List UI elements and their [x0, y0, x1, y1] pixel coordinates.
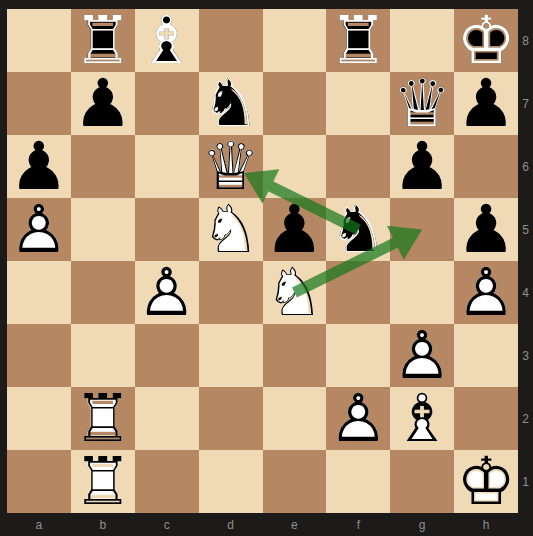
square-g7[interactable]: ♛♕	[390, 72, 454, 135]
square-f7[interactable]	[326, 72, 390, 135]
piece-glyph-fill: ♞	[263, 261, 327, 324]
rank-label-8: 8	[518, 9, 533, 72]
square-b1[interactable]: ♜♖	[71, 450, 135, 513]
square-f3[interactable]	[326, 324, 390, 387]
piece-glyph-detail: ♘	[199, 72, 263, 135]
square-g2[interactable]: ♝♗	[390, 387, 454, 450]
piece-black-pawn[interactable]: ♟	[390, 135, 454, 198]
piece-glyph-fill: ♟	[454, 198, 518, 261]
piece-glyph-detail: ♙	[135, 261, 199, 324]
piece-glyph-fill: ♜	[71, 387, 135, 450]
piece-black-bishop[interactable]: ♝♗	[135, 9, 199, 72]
square-d3[interactable]	[199, 324, 263, 387]
square-d8[interactable]	[199, 9, 263, 72]
square-c3[interactable]	[135, 324, 199, 387]
piece-glyph-fill: ♛	[199, 135, 263, 198]
rank-label-4: 4	[518, 261, 533, 324]
square-d2[interactable]	[199, 387, 263, 450]
piece-glyph-detail: ♕	[390, 72, 454, 135]
piece-glyph-detail: ♗	[390, 387, 454, 450]
piece-glyph-fill: ♟	[135, 261, 199, 324]
square-b4[interactable]	[71, 261, 135, 324]
file-label-e: e	[263, 513, 327, 536]
piece-glyph-fill: ♚	[454, 9, 518, 72]
rank-label-1: 1	[518, 450, 533, 513]
piece-black-king[interactable]: ♚♔	[454, 9, 518, 72]
square-g5[interactable]	[390, 198, 454, 261]
file-label-f: f	[326, 513, 390, 536]
square-e4[interactable]: ♞♘	[263, 261, 327, 324]
square-d1[interactable]	[199, 450, 263, 513]
piece-glyph-detail: ♙	[326, 387, 390, 450]
square-b2[interactable]: ♜♖	[71, 387, 135, 450]
piece-glyph-fill: ♞	[199, 198, 263, 261]
piece-white-rook[interactable]: ♜♖	[71, 450, 135, 513]
square-b7[interactable]: ♟	[71, 72, 135, 135]
square-e5[interactable]: ♟	[263, 198, 327, 261]
square-c5[interactable]	[135, 198, 199, 261]
piece-black-queen[interactable]: ♛♕	[390, 72, 454, 135]
square-e6[interactable]	[263, 135, 327, 198]
piece-white-bishop[interactable]: ♝♗	[390, 387, 454, 450]
square-e2[interactable]	[263, 387, 327, 450]
file-label-d: d	[199, 513, 263, 536]
square-b3[interactable]	[71, 324, 135, 387]
piece-glyph-detail: ♘	[326, 198, 390, 261]
rank-label-6: 6	[518, 135, 533, 198]
file-label-c: c	[135, 513, 199, 536]
piece-glyph-fill: ♞	[199, 72, 263, 135]
square-d7[interactable]: ♞♘	[199, 72, 263, 135]
piece-black-knight[interactable]: ♞♘	[199, 72, 263, 135]
square-c8[interactable]: ♝♗	[135, 9, 199, 72]
piece-glyph-detail: ♙	[390, 324, 454, 387]
square-a8[interactable]	[7, 9, 71, 72]
piece-black-pawn[interactable]: ♟	[71, 72, 135, 135]
piece-white-pawn[interactable]: ♟♙	[326, 387, 390, 450]
square-e8[interactable]	[263, 9, 327, 72]
piece-glyph-detail: ♖	[71, 387, 135, 450]
square-a6[interactable]: ♟	[7, 135, 71, 198]
square-d5[interactable]: ♞♘	[199, 198, 263, 261]
square-d6[interactable]: ♛♕	[199, 135, 263, 198]
square-a1[interactable]	[7, 450, 71, 513]
piece-glyph-fill: ♟	[7, 135, 71, 198]
square-g1[interactable]	[390, 450, 454, 513]
square-f1[interactable]	[326, 450, 390, 513]
rank-label-3: 3	[518, 324, 533, 387]
square-c2[interactable]	[135, 387, 199, 450]
piece-glyph-fill: ♞	[326, 198, 390, 261]
square-c1[interactable]	[135, 450, 199, 513]
piece-white-knight[interactable]: ♞♘	[199, 198, 263, 261]
chess-board: ♜♖♝♗♜♖♚♔♟♞♘♛♕♟♟♛♕♟♟♙♞♘♟♞♘♟♟♙♞♘♟♙♟♙♜♖♟♙♝♗…	[7, 9, 518, 513]
rank-label-5: 5	[518, 198, 533, 261]
piece-glyph-detail: ♙	[454, 261, 518, 324]
piece-white-king[interactable]: ♚♔	[454, 450, 518, 513]
square-f2[interactable]: ♟♙	[326, 387, 390, 450]
square-h4[interactable]: ♟♙	[454, 261, 518, 324]
square-g8[interactable]	[390, 9, 454, 72]
square-h5[interactable]: ♟	[454, 198, 518, 261]
piece-glyph-detail: ♖	[71, 450, 135, 513]
square-a5[interactable]: ♟♙	[7, 198, 71, 261]
square-f5[interactable]: ♞♘	[326, 198, 390, 261]
piece-black-pawn[interactable]: ♟	[454, 72, 518, 135]
piece-black-pawn[interactable]: ♟	[7, 135, 71, 198]
square-b6[interactable]	[71, 135, 135, 198]
square-e7[interactable]	[263, 72, 327, 135]
piece-glyph-fill: ♟	[71, 72, 135, 135]
file-label-a: a	[7, 513, 71, 536]
square-c4[interactable]: ♟♙	[135, 261, 199, 324]
piece-white-pawn[interactable]: ♟♙	[7, 198, 71, 261]
square-b8[interactable]: ♜♖	[71, 9, 135, 72]
piece-glyph-detail: ♖	[326, 9, 390, 72]
square-b5[interactable]	[71, 198, 135, 261]
square-f4[interactable]	[326, 261, 390, 324]
square-f8[interactable]: ♜♖	[326, 9, 390, 72]
file-label-h: h	[454, 513, 518, 536]
piece-glyph-fill: ♟	[454, 72, 518, 135]
square-f6[interactable]	[326, 135, 390, 198]
square-h3[interactable]	[454, 324, 518, 387]
piece-glyph-detail: ♗	[135, 9, 199, 72]
rank-label-7: 7	[518, 72, 533, 135]
piece-white-pawn[interactable]: ♟♙	[135, 261, 199, 324]
piece-glyph-detail: ♘	[199, 198, 263, 261]
piece-glyph-fill: ♟	[326, 387, 390, 450]
square-h6[interactable]	[454, 135, 518, 198]
piece-glyph-fill: ♟	[390, 135, 454, 198]
square-h2[interactable]	[454, 387, 518, 450]
file-labels: abcdefgh	[7, 513, 518, 536]
piece-glyph-fill: ♛	[390, 72, 454, 135]
rank-label-2: 2	[518, 387, 533, 450]
piece-white-rook[interactable]: ♜♖	[71, 387, 135, 450]
square-h1[interactable]: ♚♔	[454, 450, 518, 513]
square-g6[interactable]: ♟	[390, 135, 454, 198]
piece-glyph-fill: ♝	[135, 9, 199, 72]
square-e1[interactable]	[263, 450, 327, 513]
square-a2[interactable]	[7, 387, 71, 450]
piece-glyph-detail: ♘	[263, 261, 327, 324]
square-a7[interactable]	[7, 72, 71, 135]
piece-glyph-detail: ♕	[199, 135, 263, 198]
piece-glyph-fill: ♟	[263, 198, 327, 261]
piece-black-pawn[interactable]: ♟	[454, 198, 518, 261]
piece-glyph-fill: ♜	[71, 450, 135, 513]
board-frame: ♜♖♝♗♜♖♚♔♟♞♘♛♕♟♟♛♕♟♟♙♞♘♟♞♘♟♟♙♞♘♟♙♟♙♜♖♟♙♝♗…	[0, 0, 533, 536]
piece-white-pawn[interactable]: ♟♙	[454, 261, 518, 324]
piece-glyph-fill: ♜	[71, 9, 135, 72]
piece-black-pawn[interactable]: ♟	[263, 198, 327, 261]
piece-glyph-fill: ♝	[390, 387, 454, 450]
piece-glyph-fill: ♜	[326, 9, 390, 72]
piece-white-queen[interactable]: ♛♕	[199, 135, 263, 198]
piece-glyph-detail: ♙	[7, 198, 71, 261]
piece-black-rook[interactable]: ♜♖	[71, 9, 135, 72]
piece-glyph-fill: ♟	[454, 261, 518, 324]
square-a3[interactable]	[7, 324, 71, 387]
square-e3[interactable]	[263, 324, 327, 387]
piece-glyph-detail: ♖	[71, 9, 135, 72]
piece-white-pawn[interactable]: ♟♙	[390, 324, 454, 387]
square-h8[interactable]: ♚♔	[454, 9, 518, 72]
square-c6[interactable]	[135, 135, 199, 198]
rank-labels: 87654321	[518, 9, 533, 513]
piece-white-knight[interactable]: ♞♘	[263, 261, 327, 324]
file-label-b: b	[71, 513, 135, 536]
piece-glyph-detail: ♔	[454, 450, 518, 513]
square-a4[interactable]	[7, 261, 71, 324]
square-g4[interactable]	[390, 261, 454, 324]
square-h7[interactable]: ♟	[454, 72, 518, 135]
piece-glyph-detail: ♔	[454, 9, 518, 72]
square-g3[interactable]: ♟♙	[390, 324, 454, 387]
piece-black-knight[interactable]: ♞♘	[326, 198, 390, 261]
piece-glyph-fill: ♚	[454, 450, 518, 513]
square-c7[interactable]	[135, 72, 199, 135]
piece-black-rook[interactable]: ♜♖	[326, 9, 390, 72]
piece-glyph-fill: ♟	[7, 198, 71, 261]
piece-glyph-fill: ♟	[390, 324, 454, 387]
square-d4[interactable]	[199, 261, 263, 324]
file-label-g: g	[390, 513, 454, 536]
